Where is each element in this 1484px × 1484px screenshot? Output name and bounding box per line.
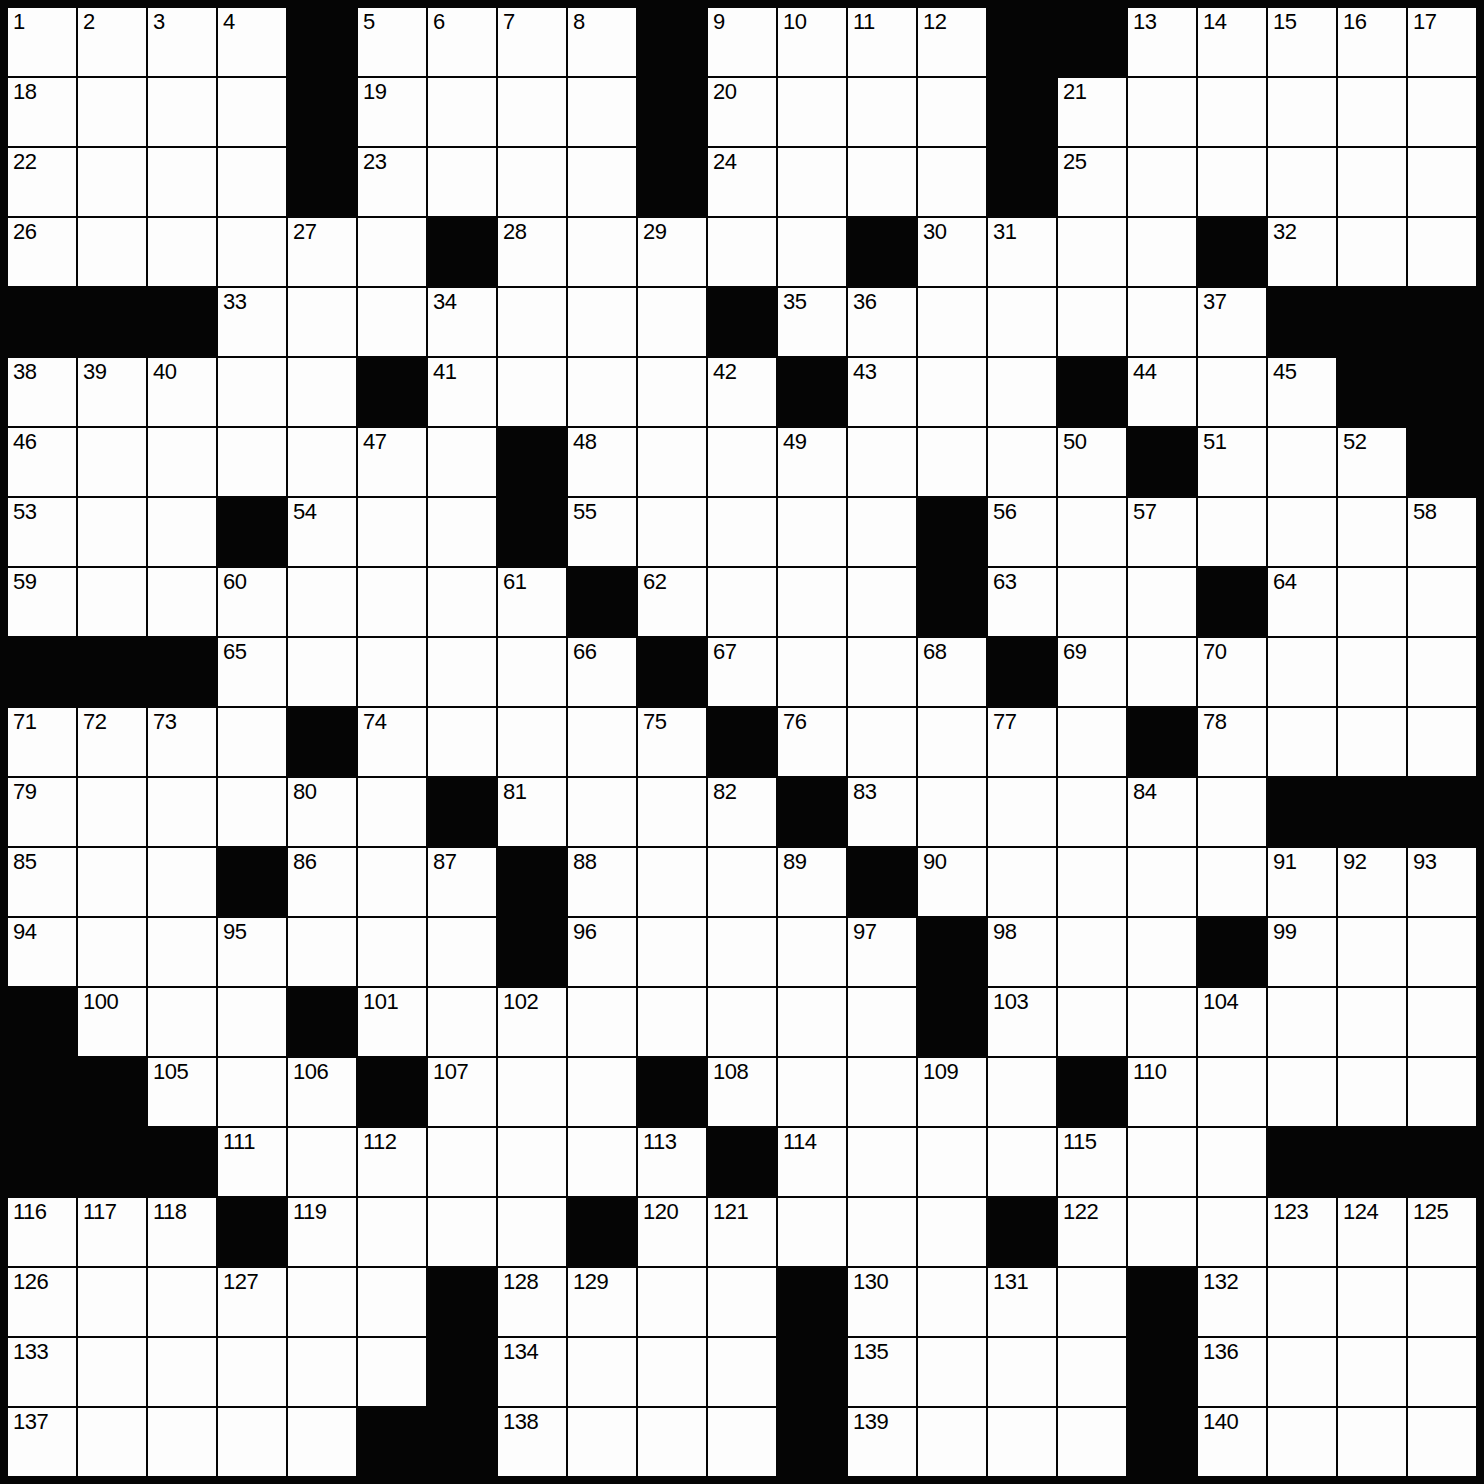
cell-r16-c15[interactable] [988, 1058, 1056, 1126]
cell-r9-c13[interactable] [848, 568, 916, 636]
cell-r12-c3[interactable] [148, 778, 216, 846]
cell-r6-c13[interactable]: 43 [848, 358, 916, 426]
cell-r4-c9[interactable] [568, 218, 636, 286]
cell-r8-c7[interactable] [428, 498, 496, 566]
cell-r19-c13[interactable]: 130 [848, 1268, 916, 1336]
cell-r11-c6[interactable]: 74 [358, 708, 426, 776]
cell-r16-c9[interactable] [568, 1058, 636, 1126]
cell-r8-c6[interactable] [358, 498, 426, 566]
cell-r13-c6[interactable] [358, 848, 426, 916]
cell-r17-c8[interactable] [498, 1128, 566, 1196]
cell-r12-c6[interactable] [358, 778, 426, 846]
cell-r5-c9[interactable] [568, 288, 636, 356]
cell-r13-c20[interactable]: 92 [1338, 848, 1406, 916]
cell-r12-c17[interactable]: 84 [1128, 778, 1196, 846]
cell-r20-c16[interactable] [1058, 1338, 1126, 1406]
cell-r21-c1[interactable]: 137 [8, 1408, 76, 1476]
cell-r3-c12[interactable] [778, 148, 846, 216]
cell-r1-c18[interactable]: 14 [1198, 8, 1266, 76]
cell-r8-c12[interactable] [778, 498, 846, 566]
cell-r10-c21[interactable] [1408, 638, 1476, 706]
cell-r1-c13[interactable]: 11 [848, 8, 916, 76]
cell-r8-c3[interactable] [148, 498, 216, 566]
cell-r17-c4[interactable]: 111 [218, 1128, 286, 1196]
cell-r7-c2[interactable] [78, 428, 146, 496]
cell-r13-c1[interactable]: 85 [8, 848, 76, 916]
cell-r9-c20[interactable] [1338, 568, 1406, 636]
cell-r17-c7[interactable] [428, 1128, 496, 1196]
cell-r10-c19[interactable] [1268, 638, 1336, 706]
cell-r15-c3[interactable] [148, 988, 216, 1056]
cell-r3-c1[interactable]: 22 [8, 148, 76, 216]
cell-r9-c1[interactable]: 59 [8, 568, 76, 636]
cell-r13-c14[interactable]: 90 [918, 848, 986, 916]
cell-r18-c12[interactable] [778, 1198, 846, 1266]
cell-r6-c7[interactable]: 41 [428, 358, 496, 426]
cell-r9-c16[interactable] [1058, 568, 1126, 636]
cell-r1-c21[interactable]: 17 [1408, 8, 1476, 76]
cell-r16-c14[interactable]: 109 [918, 1058, 986, 1126]
cell-r8-c15[interactable]: 56 [988, 498, 1056, 566]
cell-r12-c9[interactable] [568, 778, 636, 846]
cell-r11-c3[interactable]: 73 [148, 708, 216, 776]
cell-r2-c20[interactable] [1338, 78, 1406, 146]
cell-r13-c16[interactable] [1058, 848, 1126, 916]
cell-r5-c14[interactable] [918, 288, 986, 356]
cell-r9-c19[interactable]: 64 [1268, 568, 1336, 636]
cell-r19-c1[interactable]: 126 [8, 1268, 76, 1336]
cell-r12-c16[interactable] [1058, 778, 1126, 846]
cell-r18-c11[interactable]: 121 [708, 1198, 776, 1266]
cell-r16-c11[interactable]: 108 [708, 1058, 776, 1126]
cell-r15-c12[interactable] [778, 988, 846, 1056]
cell-r10-c18[interactable]: 70 [1198, 638, 1266, 706]
cell-r11-c4[interactable] [218, 708, 286, 776]
cell-r20-c18[interactable]: 136 [1198, 1338, 1266, 1406]
cell-r6-c11[interactable]: 42 [708, 358, 776, 426]
cell-r8-c17[interactable]: 57 [1128, 498, 1196, 566]
cell-r18-c17[interactable] [1128, 1198, 1196, 1266]
cell-r18-c1[interactable]: 116 [8, 1198, 76, 1266]
cell-r9-c15[interactable]: 63 [988, 568, 1056, 636]
cell-r6-c1[interactable]: 38 [8, 358, 76, 426]
cell-r3-c18[interactable] [1198, 148, 1266, 216]
cell-r9-c10[interactable]: 62 [638, 568, 706, 636]
cell-r3-c7[interactable] [428, 148, 496, 216]
cell-r14-c15[interactable]: 98 [988, 918, 1056, 986]
cell-r8-c19[interactable] [1268, 498, 1336, 566]
cell-r7-c14[interactable] [918, 428, 986, 496]
cell-r7-c7[interactable] [428, 428, 496, 496]
cell-r9-c6[interactable] [358, 568, 426, 636]
cell-r4-c21[interactable] [1408, 218, 1476, 286]
cell-r14-c20[interactable] [1338, 918, 1406, 986]
cell-r9-c7[interactable] [428, 568, 496, 636]
cell-r16-c8[interactable] [498, 1058, 566, 1126]
cell-r2-c21[interactable] [1408, 78, 1476, 146]
cell-r4-c17[interactable] [1128, 218, 1196, 286]
cell-r19-c20[interactable] [1338, 1268, 1406, 1336]
cell-r7-c20[interactable]: 52 [1338, 428, 1406, 496]
cell-r3-c21[interactable] [1408, 148, 1476, 216]
cell-r4-c8[interactable]: 28 [498, 218, 566, 286]
cell-r4-c4[interactable] [218, 218, 286, 286]
cell-r15-c9[interactable] [568, 988, 636, 1056]
cell-r6-c9[interactable] [568, 358, 636, 426]
cell-r15-c18[interactable]: 104 [1198, 988, 1266, 1056]
cell-r13-c7[interactable]: 87 [428, 848, 496, 916]
cell-r21-c3[interactable] [148, 1408, 216, 1476]
cell-r14-c3[interactable] [148, 918, 216, 986]
cell-r2-c4[interactable] [218, 78, 286, 146]
cell-r11-c1[interactable]: 71 [8, 708, 76, 776]
cell-r13-c12[interactable]: 89 [778, 848, 846, 916]
cell-r13-c17[interactable] [1128, 848, 1196, 916]
cell-r20-c14[interactable] [918, 1338, 986, 1406]
cell-r20-c13[interactable]: 135 [848, 1338, 916, 1406]
cell-r14-c21[interactable] [1408, 918, 1476, 986]
cell-r21-c4[interactable] [218, 1408, 286, 1476]
cell-r21-c19[interactable] [1268, 1408, 1336, 1476]
cell-r15-c15[interactable]: 103 [988, 988, 1056, 1056]
cell-r3-c4[interactable] [218, 148, 286, 216]
cell-r6-c4[interactable] [218, 358, 286, 426]
cell-r2-c7[interactable] [428, 78, 496, 146]
cell-r10-c14[interactable]: 68 [918, 638, 986, 706]
cell-r19-c21[interactable] [1408, 1268, 1476, 1336]
cell-r14-c10[interactable] [638, 918, 706, 986]
cell-r4-c19[interactable]: 32 [1268, 218, 1336, 286]
cell-r8-c18[interactable] [1198, 498, 1266, 566]
cell-r3-c19[interactable] [1268, 148, 1336, 216]
cell-r10-c13[interactable] [848, 638, 916, 706]
cell-r6-c19[interactable]: 45 [1268, 358, 1336, 426]
cell-r9-c17[interactable] [1128, 568, 1196, 636]
cell-r6-c17[interactable]: 44 [1128, 358, 1196, 426]
cell-r5-c4[interactable]: 33 [218, 288, 286, 356]
cell-r4-c15[interactable]: 31 [988, 218, 1056, 286]
cell-r12-c14[interactable] [918, 778, 986, 846]
cell-r14-c17[interactable] [1128, 918, 1196, 986]
cell-r13-c2[interactable] [78, 848, 146, 916]
cell-r9-c12[interactable] [778, 568, 846, 636]
cell-r2-c9[interactable] [568, 78, 636, 146]
cell-r12-c8[interactable]: 81 [498, 778, 566, 846]
cell-r15-c4[interactable] [218, 988, 286, 1056]
cell-r20-c1[interactable]: 133 [8, 1338, 76, 1406]
cell-r21-c8[interactable]: 138 [498, 1408, 566, 1476]
cell-r5-c6[interactable] [358, 288, 426, 356]
cell-r6-c15[interactable] [988, 358, 1056, 426]
cell-r7-c11[interactable] [708, 428, 776, 496]
cell-r15-c6[interactable]: 101 [358, 988, 426, 1056]
cell-r18-c21[interactable]: 125 [1408, 1198, 1476, 1266]
cell-r3-c2[interactable] [78, 148, 146, 216]
cell-r8-c20[interactable] [1338, 498, 1406, 566]
cell-r16-c17[interactable]: 110 [1128, 1058, 1196, 1126]
cell-r19-c9[interactable]: 129 [568, 1268, 636, 1336]
cell-r15-c21[interactable] [1408, 988, 1476, 1056]
cell-r13-c5[interactable]: 86 [288, 848, 356, 916]
cell-r5-c18[interactable]: 37 [1198, 288, 1266, 356]
cell-r15-c20[interactable] [1338, 988, 1406, 1056]
cell-r2-c13[interactable] [848, 78, 916, 146]
cell-r7-c19[interactable] [1268, 428, 1336, 496]
cell-r2-c14[interactable] [918, 78, 986, 146]
cell-r3-c16[interactable]: 25 [1058, 148, 1126, 216]
cell-r4-c3[interactable] [148, 218, 216, 286]
cell-r13-c19[interactable]: 91 [1268, 848, 1336, 916]
cell-r11-c18[interactable]: 78 [1198, 708, 1266, 776]
cell-r19-c2[interactable] [78, 1268, 146, 1336]
cell-r4-c11[interactable] [708, 218, 776, 286]
cell-r14-c6[interactable] [358, 918, 426, 986]
cell-r18-c19[interactable]: 123 [1268, 1198, 1336, 1266]
cell-r2-c16[interactable]: 21 [1058, 78, 1126, 146]
cell-r20-c20[interactable] [1338, 1338, 1406, 1406]
cell-r15-c16[interactable] [1058, 988, 1126, 1056]
cell-r11-c21[interactable] [1408, 708, 1476, 776]
cell-r2-c3[interactable] [148, 78, 216, 146]
cell-r8-c21[interactable]: 58 [1408, 498, 1476, 566]
cell-r3-c11[interactable]: 24 [708, 148, 776, 216]
cell-r7-c9[interactable]: 48 [568, 428, 636, 496]
cell-r8-c2[interactable] [78, 498, 146, 566]
cell-r10-c6[interactable] [358, 638, 426, 706]
cell-r16-c4[interactable] [218, 1058, 286, 1126]
cell-r1-c14[interactable]: 12 [918, 8, 986, 76]
cell-r7-c1[interactable]: 46 [8, 428, 76, 496]
cell-r10-c7[interactable] [428, 638, 496, 706]
cell-r14-c7[interactable] [428, 918, 496, 986]
cell-r2-c12[interactable] [778, 78, 846, 146]
cell-r15-c19[interactable] [1268, 988, 1336, 1056]
cell-r1-c9[interactable]: 8 [568, 8, 636, 76]
cell-r17-c18[interactable] [1198, 1128, 1266, 1196]
cell-r15-c17[interactable] [1128, 988, 1196, 1056]
cell-r15-c10[interactable] [638, 988, 706, 1056]
cell-r8-c10[interactable] [638, 498, 706, 566]
cell-r9-c11[interactable] [708, 568, 776, 636]
cell-r11-c10[interactable]: 75 [638, 708, 706, 776]
cell-r3-c3[interactable] [148, 148, 216, 216]
cell-r8-c13[interactable] [848, 498, 916, 566]
cell-r17-c6[interactable]: 112 [358, 1128, 426, 1196]
cell-r9-c2[interactable] [78, 568, 146, 636]
cell-r7-c4[interactable] [218, 428, 286, 496]
cell-r2-c17[interactable] [1128, 78, 1196, 146]
cell-r21-c11[interactable] [708, 1408, 776, 1476]
cell-r14-c16[interactable] [1058, 918, 1126, 986]
cell-r6-c10[interactable] [638, 358, 706, 426]
cell-r5-c10[interactable] [638, 288, 706, 356]
cell-r7-c16[interactable]: 50 [1058, 428, 1126, 496]
cell-r20-c8[interactable]: 134 [498, 1338, 566, 1406]
cell-r20-c10[interactable] [638, 1338, 706, 1406]
cell-r11-c19[interactable] [1268, 708, 1336, 776]
cell-r10-c17[interactable] [1128, 638, 1196, 706]
cell-r1-c12[interactable]: 10 [778, 8, 846, 76]
cell-r4-c1[interactable]: 26 [8, 218, 76, 286]
cell-r7-c18[interactable]: 51 [1198, 428, 1266, 496]
cell-r12-c2[interactable] [78, 778, 146, 846]
cell-r12-c4[interactable] [218, 778, 286, 846]
cell-r1-c2[interactable]: 2 [78, 8, 146, 76]
cell-r15-c11[interactable] [708, 988, 776, 1056]
cell-r12-c13[interactable]: 83 [848, 778, 916, 846]
cell-r19-c15[interactable]: 131 [988, 1268, 1056, 1336]
cell-r6-c14[interactable] [918, 358, 986, 426]
cell-r19-c19[interactable] [1268, 1268, 1336, 1336]
cell-r11-c7[interactable] [428, 708, 496, 776]
cell-r21-c20[interactable] [1338, 1408, 1406, 1476]
cell-r21-c14[interactable] [918, 1408, 986, 1476]
cell-r4-c10[interactable]: 29 [638, 218, 706, 286]
cell-r15-c2[interactable]: 100 [78, 988, 146, 1056]
cell-r18-c14[interactable] [918, 1198, 986, 1266]
cell-r19-c11[interactable] [708, 1268, 776, 1336]
cell-r6-c8[interactable] [498, 358, 566, 426]
cell-r19-c5[interactable] [288, 1268, 356, 1336]
cell-r12-c10[interactable] [638, 778, 706, 846]
cell-r21-c9[interactable] [568, 1408, 636, 1476]
cell-r12-c11[interactable]: 82 [708, 778, 776, 846]
cell-r10-c8[interactable] [498, 638, 566, 706]
cell-r12-c18[interactable] [1198, 778, 1266, 846]
cell-r1-c11[interactable]: 9 [708, 8, 776, 76]
cell-r21-c13[interactable]: 139 [848, 1408, 916, 1476]
cell-r20-c9[interactable] [568, 1338, 636, 1406]
cell-r4-c14[interactable]: 30 [918, 218, 986, 286]
cell-r5-c12[interactable]: 35 [778, 288, 846, 356]
cell-r1-c4[interactable]: 4 [218, 8, 286, 76]
cell-r2-c6[interactable]: 19 [358, 78, 426, 146]
cell-r16-c19[interactable] [1268, 1058, 1336, 1126]
cell-r4-c6[interactable] [358, 218, 426, 286]
cell-r3-c8[interactable] [498, 148, 566, 216]
cell-r21-c5[interactable] [288, 1408, 356, 1476]
cell-r20-c19[interactable] [1268, 1338, 1336, 1406]
cell-r11-c20[interactable] [1338, 708, 1406, 776]
cell-r9-c21[interactable] [1408, 568, 1476, 636]
cell-r20-c3[interactable] [148, 1338, 216, 1406]
cell-r18-c5[interactable]: 119 [288, 1198, 356, 1266]
cell-r20-c21[interactable] [1408, 1338, 1476, 1406]
cell-r13-c15[interactable] [988, 848, 1056, 916]
cell-r6-c5[interactable] [288, 358, 356, 426]
cell-r16-c21[interactable] [1408, 1058, 1476, 1126]
cell-r11-c8[interactable] [498, 708, 566, 776]
cell-r2-c19[interactable] [1268, 78, 1336, 146]
cell-r10-c16[interactable]: 69 [1058, 638, 1126, 706]
cell-r19-c8[interactable]: 128 [498, 1268, 566, 1336]
cell-r18-c20[interactable]: 124 [1338, 1198, 1406, 1266]
cell-r13-c9[interactable]: 88 [568, 848, 636, 916]
cell-r19-c16[interactable] [1058, 1268, 1126, 1336]
cell-r7-c15[interactable] [988, 428, 1056, 496]
cell-r2-c1[interactable]: 18 [8, 78, 76, 146]
cell-r7-c5[interactable] [288, 428, 356, 496]
cell-r20-c6[interactable] [358, 1338, 426, 1406]
cell-r1-c20[interactable]: 16 [1338, 8, 1406, 76]
cell-r11-c2[interactable]: 72 [78, 708, 146, 776]
cell-r21-c16[interactable] [1058, 1408, 1126, 1476]
cell-r3-c13[interactable] [848, 148, 916, 216]
cell-r17-c9[interactable] [568, 1128, 636, 1196]
cell-r21-c21[interactable] [1408, 1408, 1476, 1476]
cell-r13-c10[interactable] [638, 848, 706, 916]
cell-r13-c11[interactable] [708, 848, 776, 916]
cell-r14-c5[interactable] [288, 918, 356, 986]
cell-r6-c3[interactable]: 40 [148, 358, 216, 426]
cell-r5-c7[interactable]: 34 [428, 288, 496, 356]
cell-r10-c20[interactable] [1338, 638, 1406, 706]
cell-r19-c14[interactable] [918, 1268, 986, 1336]
cell-r17-c14[interactable] [918, 1128, 986, 1196]
cell-r10-c12[interactable] [778, 638, 846, 706]
cell-r7-c13[interactable] [848, 428, 916, 496]
cell-r2-c18[interactable] [1198, 78, 1266, 146]
cell-r17-c13[interactable] [848, 1128, 916, 1196]
cell-r8-c11[interactable] [708, 498, 776, 566]
cell-r17-c12[interactable]: 114 [778, 1128, 846, 1196]
cell-r13-c21[interactable]: 93 [1408, 848, 1476, 916]
cell-r6-c2[interactable]: 39 [78, 358, 146, 426]
cell-r4-c20[interactable] [1338, 218, 1406, 286]
cell-r17-c15[interactable] [988, 1128, 1056, 1196]
cell-r6-c18[interactable] [1198, 358, 1266, 426]
cell-r18-c7[interactable] [428, 1198, 496, 1266]
cell-r14-c11[interactable] [708, 918, 776, 986]
cell-r7-c12[interactable]: 49 [778, 428, 846, 496]
cell-r7-c6[interactable]: 47 [358, 428, 426, 496]
cell-r20-c4[interactable] [218, 1338, 286, 1406]
cell-r16-c20[interactable] [1338, 1058, 1406, 1126]
cell-r2-c11[interactable]: 20 [708, 78, 776, 146]
cell-r11-c13[interactable] [848, 708, 916, 776]
cell-r14-c2[interactable] [78, 918, 146, 986]
cell-r17-c17[interactable] [1128, 1128, 1196, 1196]
cell-r14-c12[interactable] [778, 918, 846, 986]
cell-r3-c9[interactable] [568, 148, 636, 216]
cell-r18-c3[interactable]: 118 [148, 1198, 216, 1266]
cell-r3-c14[interactable] [918, 148, 986, 216]
cell-r12-c15[interactable] [988, 778, 1056, 846]
cell-r14-c1[interactable]: 94 [8, 918, 76, 986]
cell-r16-c5[interactable]: 106 [288, 1058, 356, 1126]
cell-r5-c16[interactable] [1058, 288, 1126, 356]
cell-r4-c2[interactable] [78, 218, 146, 286]
cell-r8-c9[interactable]: 55 [568, 498, 636, 566]
cell-r18-c6[interactable] [358, 1198, 426, 1266]
cell-r11-c14[interactable] [918, 708, 986, 776]
cell-r10-c4[interactable]: 65 [218, 638, 286, 706]
cell-r21-c15[interactable] [988, 1408, 1056, 1476]
cell-r14-c9[interactable]: 96 [568, 918, 636, 986]
cell-r10-c9[interactable]: 66 [568, 638, 636, 706]
cell-r18-c10[interactable]: 120 [638, 1198, 706, 1266]
cell-r4-c16[interactable] [1058, 218, 1126, 286]
cell-r10-c11[interactable]: 67 [708, 638, 776, 706]
cell-r1-c19[interactable]: 15 [1268, 8, 1336, 76]
cell-r10-c5[interactable] [288, 638, 356, 706]
cell-r19-c4[interactable]: 127 [218, 1268, 286, 1336]
cell-r1-c6[interactable]: 5 [358, 8, 426, 76]
cell-r17-c5[interactable] [288, 1128, 356, 1196]
cell-r3-c17[interactable] [1128, 148, 1196, 216]
cell-r20-c15[interactable] [988, 1338, 1056, 1406]
cell-r20-c5[interactable] [288, 1338, 356, 1406]
